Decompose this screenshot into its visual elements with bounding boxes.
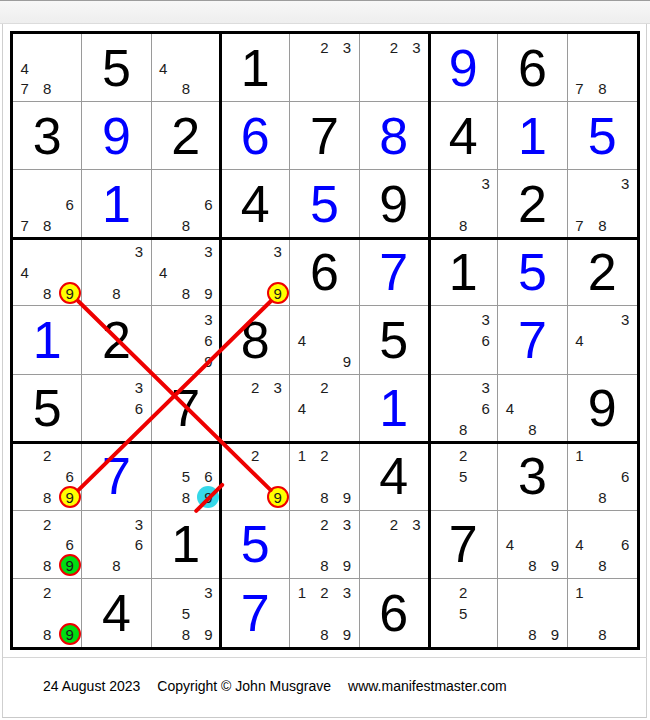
solved-digit: 1 <box>360 375 428 442</box>
given-digit: 7 <box>429 511 497 578</box>
candidate-8: 8 <box>182 490 190 505</box>
candidate-4: 4 <box>159 60 167 75</box>
candidate-8: 8 <box>598 558 606 573</box>
candidate-9: 9 <box>343 353 351 368</box>
cell-r1c5[interactable]: 23 <box>290 34 359 102</box>
candidate-2: 2 <box>251 448 259 463</box>
cell-r4c1[interactable]: 489 <box>13 238 82 306</box>
cell-r1c8[interactable]: 6 <box>498 34 567 102</box>
candidate-1: 1 <box>575 448 583 463</box>
solved-digit: 1 <box>13 306 81 373</box>
top-bar <box>0 0 650 24</box>
candidate-8: 8 <box>320 558 328 573</box>
given-digit: 5 <box>360 306 428 373</box>
candidate-4: 4 <box>575 332 583 347</box>
candidate-4: 4 <box>298 332 306 347</box>
candidate-8: 8 <box>182 285 190 300</box>
cell-r8c4[interactable]: 5 <box>221 511 290 579</box>
cell-r5c3[interactable]: 369 <box>152 306 221 374</box>
cell-r2c8[interactable]: 1 <box>498 102 567 170</box>
candidate-8: 8 <box>528 627 536 642</box>
cell-r7c8[interactable]: 3 <box>498 443 567 511</box>
solved-digit: 9 <box>82 102 150 169</box>
candidate-9: 9 <box>66 490 74 505</box>
candidate-6: 6 <box>204 196 212 211</box>
cell-r8c1[interactable]: 2689 <box>13 511 82 579</box>
candidate-3: 3 <box>204 244 212 259</box>
given-digit: 6 <box>498 34 566 101</box>
cell-r8c7[interactable]: 7 <box>429 511 498 579</box>
solved-digit: 5 <box>498 238 566 305</box>
solved-digit: 7 <box>221 579 289 647</box>
cell-r6c2[interactable]: 36 <box>82 375 151 443</box>
candidate-3: 3 <box>204 312 212 327</box>
cell-r5c1[interactable]: 1 <box>13 306 82 374</box>
candidate-9: 9 <box>204 627 212 642</box>
sudoku-window: 4785481232396783926784156781684593823784… <box>0 0 650 720</box>
cell-r9c5[interactable]: 12389 <box>290 579 359 647</box>
candidate-3: 3 <box>482 175 490 190</box>
candidate-4: 4 <box>298 401 306 416</box>
candidate-2: 2 <box>251 380 259 395</box>
given-digit: 6 <box>290 238 358 305</box>
cell-r9c1[interactable]: 289 <box>13 579 82 647</box>
candidate-8: 8 <box>528 421 536 436</box>
cell-r7c3[interactable]: 5689 <box>152 443 221 511</box>
given-digit: 7 <box>290 102 358 169</box>
cell-r3c4[interactable]: 4 <box>221 170 290 238</box>
candidate-6: 6 <box>66 469 74 484</box>
cell-r2c1[interactable]: 3 <box>13 102 82 170</box>
candidate-6: 6 <box>204 332 212 347</box>
cell-r4c9[interactable]: 2 <box>568 238 637 306</box>
candidate-9: 9 <box>551 627 559 642</box>
footer-date: 24 August 2023 <box>43 678 140 694</box>
cell-r8c2[interactable]: 368 <box>82 511 151 579</box>
candidate-6: 6 <box>621 469 629 484</box>
solved-digit: 7 <box>498 306 566 373</box>
solved-digit: 5 <box>290 170 358 237</box>
given-digit: 2 <box>568 238 637 305</box>
candidate-6: 6 <box>621 537 629 552</box>
candidate-9: 9 <box>204 490 212 505</box>
candidate-6: 6 <box>66 196 74 211</box>
cell-r5c6[interactable]: 5 <box>360 306 429 374</box>
candidate-9: 9 <box>274 490 282 505</box>
candidate-4: 4 <box>20 60 28 75</box>
candidate-3: 3 <box>343 516 351 531</box>
candidate-9: 9 <box>343 558 351 573</box>
cell-r3c3[interactable]: 68 <box>152 170 221 238</box>
cell-r3c8[interactable]: 2 <box>498 170 567 238</box>
cell-r7c6[interactable]: 4 <box>360 443 429 511</box>
cell-r9c3[interactable]: 3589 <box>152 579 221 647</box>
cell-r3c1[interactable]: 678 <box>13 170 82 238</box>
cell-r2c3[interactable]: 2 <box>152 102 221 170</box>
cell-r3c9[interactable]: 378 <box>568 170 637 238</box>
cell-r4c2[interactable]: 38 <box>82 238 151 306</box>
candidate-8: 8 <box>112 285 120 300</box>
candidate-8: 8 <box>43 490 51 505</box>
cell-r1c9[interactable]: 78 <box>568 34 637 102</box>
cell-r6c9[interactable]: 9 <box>568 375 637 443</box>
candidate-6: 6 <box>135 401 143 416</box>
cell-r6c6[interactable]: 1 <box>360 375 429 443</box>
solved-digit: 6 <box>221 102 289 169</box>
candidate-3: 3 <box>135 516 143 531</box>
given-digit: 9 <box>360 170 428 237</box>
candidate-8: 8 <box>182 81 190 96</box>
cell-r7c5[interactable]: 1289 <box>290 443 359 511</box>
candidate-4: 4 <box>506 401 514 416</box>
candidate-4: 4 <box>506 537 514 552</box>
candidate-8: 8 <box>528 558 536 573</box>
candidate-5: 5 <box>182 469 190 484</box>
cell-r5c8[interactable]: 7 <box>498 306 567 374</box>
given-digit: 2 <box>498 170 566 237</box>
candidate-6: 6 <box>135 537 143 552</box>
candidate-9: 9 <box>66 627 74 642</box>
cell-r7c1[interactable]: 2689 <box>13 443 82 511</box>
cell-r6c1[interactable]: 5 <box>13 375 82 443</box>
candidate-4: 4 <box>575 537 583 552</box>
candidate-2: 2 <box>320 584 328 599</box>
given-digit: 4 <box>221 170 289 237</box>
sudoku-board: 4785481232396783926784156781684593823784… <box>10 31 640 650</box>
candidate-2: 2 <box>390 516 398 531</box>
cell-r6c5[interactable]: 24 <box>290 375 359 443</box>
given-digit: 7 <box>152 375 220 442</box>
candidate-3: 3 <box>204 584 212 599</box>
solved-digit: 8 <box>360 102 428 169</box>
cell-r6c8[interactable]: 48 <box>498 375 567 443</box>
candidate-8: 8 <box>320 490 328 505</box>
given-digit: 5 <box>13 375 81 442</box>
candidate-6: 6 <box>482 401 490 416</box>
cell-r4c7[interactable]: 1 <box>429 238 498 306</box>
candidate-2: 2 <box>43 516 51 531</box>
candidate-9: 9 <box>204 353 212 368</box>
cell-r9c2[interactable]: 4 <box>82 579 151 647</box>
candidate-3: 3 <box>274 380 282 395</box>
candidate-8: 8 <box>320 627 328 642</box>
solved-digit: 9 <box>429 34 497 101</box>
cell-r2c4[interactable]: 6 <box>221 102 290 170</box>
candidate-8: 8 <box>182 627 190 642</box>
candidate-3: 3 <box>343 39 351 54</box>
candidate-1: 1 <box>575 584 583 599</box>
box-border-vertical-2 <box>428 34 431 647</box>
cell-r3c2[interactable]: 1 <box>82 170 151 238</box>
cell-r8c6[interactable]: 23 <box>360 511 429 579</box>
candidate-8: 8 <box>43 285 51 300</box>
cell-r5c5[interactable]: 49 <box>290 306 359 374</box>
cell-r7c9[interactable]: 168 <box>568 443 637 511</box>
cell-r6c4[interactable]: 23 <box>221 375 290 443</box>
cell-r1c1[interactable]: 478 <box>13 34 82 102</box>
candidate-8: 8 <box>182 217 190 232</box>
given-digit: 2 <box>82 306 150 373</box>
cell-r9c6[interactable]: 6 <box>360 579 429 647</box>
cell-r2c5[interactable]: 7 <box>290 102 359 170</box>
candidate-1: 1 <box>298 448 306 463</box>
given-digit: 3 <box>498 443 566 510</box>
candidate-7: 7 <box>575 81 583 96</box>
cell-r7c4[interactable]: 29 <box>221 443 290 511</box>
solved-digit: 5 <box>568 102 637 169</box>
candidate-9: 9 <box>66 285 74 300</box>
cell-r9c8[interactable]: 89 <box>498 579 567 647</box>
cell-r6c3[interactable]: 7 <box>152 375 221 443</box>
solved-digit: 1 <box>82 170 150 237</box>
candidate-9: 9 <box>343 490 351 505</box>
cell-r2c2[interactable]: 9 <box>82 102 151 170</box>
candidate-5: 5 <box>182 605 190 620</box>
candidate-9: 9 <box>274 285 282 300</box>
candidate-2: 2 <box>390 39 398 54</box>
candidate-6: 6 <box>482 332 490 347</box>
cell-r3c5[interactable]: 5 <box>290 170 359 238</box>
solved-digit: 7 <box>82 443 150 510</box>
candidate-2: 2 <box>320 39 328 54</box>
cell-r4c5[interactable]: 6 <box>290 238 359 306</box>
cell-r9c4[interactable]: 7 <box>221 579 290 647</box>
solved-digit: 7 <box>360 238 428 305</box>
cell-r5c2[interactable]: 2 <box>82 306 151 374</box>
given-digit: 1 <box>152 511 220 578</box>
given-digit: 3 <box>13 102 81 169</box>
cell-r8c3[interactable]: 1 <box>152 511 221 579</box>
candidate-3: 3 <box>412 39 420 54</box>
candidate-9: 9 <box>66 558 74 573</box>
given-digit: 1 <box>429 238 497 305</box>
candidate-4: 4 <box>20 264 28 279</box>
candidate-5: 5 <box>459 605 467 620</box>
cell-r1c3[interactable]: 48 <box>152 34 221 102</box>
candidate-3: 3 <box>621 175 629 190</box>
cell-r2c9[interactable]: 5 <box>568 102 637 170</box>
candidate-9: 9 <box>551 558 559 573</box>
candidate-8: 8 <box>43 81 51 96</box>
candidate-6: 6 <box>204 469 212 484</box>
candidate-3: 3 <box>135 244 143 259</box>
given-digit: 2 <box>152 102 220 169</box>
candidate-8: 8 <box>43 558 51 573</box>
cell-r4c6[interactable]: 7 <box>360 238 429 306</box>
cell-r8c5[interactable]: 2389 <box>290 511 359 579</box>
footer-separator <box>3 657 647 658</box>
solved-digit: 5 <box>221 511 289 578</box>
cell-r2c7[interactable]: 4 <box>429 102 498 170</box>
candidate-2: 2 <box>43 448 51 463</box>
given-digit: 5 <box>82 34 150 101</box>
candidate-8: 8 <box>43 217 51 232</box>
given-digit: 4 <box>429 102 497 169</box>
candidate-8: 8 <box>598 217 606 232</box>
candidate-2: 2 <box>320 380 328 395</box>
candidate-6: 6 <box>66 537 74 552</box>
candidate-3: 3 <box>135 380 143 395</box>
cell-r4c3[interactable]: 3489 <box>152 238 221 306</box>
cell-r7c7[interactable]: 25 <box>429 443 498 511</box>
cell-r1c7[interactable]: 9 <box>429 34 498 102</box>
candidate-3: 3 <box>412 516 420 531</box>
candidate-2: 2 <box>320 516 328 531</box>
cell-r4c4[interactable]: 39 <box>221 238 290 306</box>
given-digit: 6 <box>360 579 428 647</box>
given-digit: 8 <box>221 306 289 373</box>
candidate-3: 3 <box>482 312 490 327</box>
cell-r8c9[interactable]: 468 <box>568 511 637 579</box>
box-border-horizontal-1 <box>13 237 637 240</box>
box-border-vertical-1 <box>219 34 222 647</box>
candidate-8: 8 <box>598 81 606 96</box>
candidate-2: 2 <box>459 584 467 599</box>
footer-website: www.manifestmaster.com <box>348 678 507 694</box>
given-digit: 9 <box>568 375 637 442</box>
candidate-1: 1 <box>298 584 306 599</box>
candidate-2: 2 <box>320 448 328 463</box>
candidate-7: 7 <box>575 217 583 232</box>
cell-r1c6[interactable]: 23 <box>360 34 429 102</box>
candidate-8: 8 <box>459 217 467 232</box>
candidate-7: 7 <box>20 81 28 96</box>
box-border-horizontal-2 <box>13 441 637 444</box>
given-digit: 4 <box>360 443 428 510</box>
cell-r5c7[interactable]: 36 <box>429 306 498 374</box>
cell-r3c7[interactable]: 38 <box>429 170 498 238</box>
candidate-9: 9 <box>343 627 351 642</box>
cell-r1c4[interactable]: 1 <box>221 34 290 102</box>
cell-r3c6[interactable]: 9 <box>360 170 429 238</box>
cell-r6c7[interactable]: 368 <box>429 375 498 443</box>
candidate-8: 8 <box>598 490 606 505</box>
candidate-3: 3 <box>343 584 351 599</box>
candidate-9: 9 <box>204 285 212 300</box>
candidate-2: 2 <box>459 448 467 463</box>
given-digit: 4 <box>82 579 150 647</box>
candidate-2: 2 <box>43 584 51 599</box>
footer-copyright: Copyright © John Musgrave <box>157 678 331 694</box>
cell-r5c4[interactable]: 8 <box>221 306 290 374</box>
candidate-8: 8 <box>598 627 606 642</box>
candidate-3: 3 <box>482 380 490 395</box>
cell-r1c2[interactable]: 5 <box>82 34 151 102</box>
cell-r2c6[interactable]: 8 <box>360 102 429 170</box>
cell-r4c8[interactable]: 5 <box>498 238 567 306</box>
solved-digit: 1 <box>498 102 566 169</box>
candidate-8: 8 <box>112 558 120 573</box>
footer: 24 August 2023 Copyright © John Musgrave… <box>43 678 507 694</box>
candidate-3: 3 <box>621 312 629 327</box>
cell-r8c8[interactable]: 489 <box>498 511 567 579</box>
candidate-8: 8 <box>459 421 467 436</box>
candidate-5: 5 <box>459 469 467 484</box>
candidate-4: 4 <box>159 264 167 279</box>
candidate-3: 3 <box>274 244 282 259</box>
cell-r5c9[interactable]: 34 <box>568 306 637 374</box>
cell-r7c2[interactable]: 7 <box>82 443 151 511</box>
candidate-8: 8 <box>43 627 51 642</box>
given-digit: 1 <box>221 34 289 101</box>
cell-r9c7[interactable]: 25 <box>429 579 498 647</box>
candidate-7: 7 <box>20 217 28 232</box>
cell-r9c9[interactable]: 18 <box>568 579 637 647</box>
